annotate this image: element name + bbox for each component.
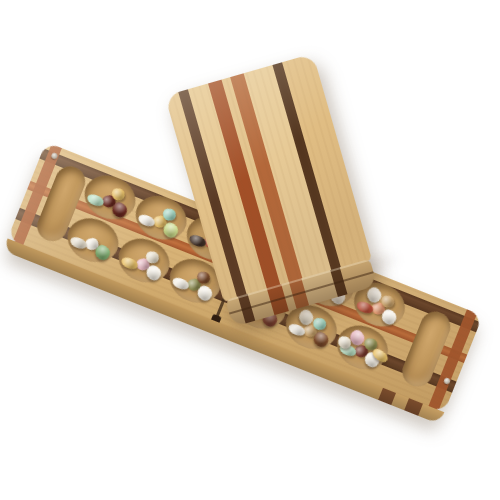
gemstone-amber xyxy=(111,188,124,200)
gemstone-aqua xyxy=(162,208,175,220)
gemstone-clear xyxy=(145,251,158,263)
gemstone-mint xyxy=(85,192,104,207)
gemstone-white xyxy=(171,276,190,291)
magnet-clasp-right xyxy=(443,377,451,385)
gemstone-aqua xyxy=(313,318,326,330)
gemstone-tan xyxy=(381,295,394,307)
pit-front-6[interactable] xyxy=(331,318,395,376)
gemstone-clear xyxy=(68,235,87,250)
gemstone-amber xyxy=(119,256,138,271)
magnet-clasp-left xyxy=(51,152,59,160)
pit-front-2[interactable] xyxy=(112,231,176,289)
gemstone-brown xyxy=(196,271,209,283)
gemstone-white xyxy=(136,213,155,228)
product-photo-scene xyxy=(0,0,500,500)
